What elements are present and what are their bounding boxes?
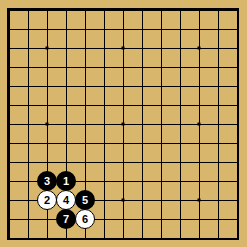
board-cell (123, 10, 142, 29)
board-cell (199, 86, 218, 105)
board-cell (199, 29, 218, 48)
board-cell (161, 143, 180, 162)
board-cell (85, 29, 104, 48)
move-number-label: 2 (44, 195, 50, 206)
board-cell (199, 48, 218, 67)
board-cell (85, 10, 104, 29)
board-cell (161, 200, 180, 219)
stone-white: 6 (75, 209, 95, 229)
board-cell (161, 86, 180, 105)
go-diagram: 1234567 (0, 0, 247, 247)
board-cell (161, 48, 180, 67)
board-cell (9, 67, 28, 86)
star-point (198, 123, 201, 126)
board-cell (9, 124, 28, 143)
stone-white: 4 (56, 190, 76, 210)
move-number-label: 6 (82, 214, 88, 225)
star-point (122, 47, 125, 50)
stone-black: 1 (56, 171, 76, 191)
board-cell (218, 29, 237, 48)
board-cell (123, 181, 142, 200)
board-cell (142, 200, 161, 219)
board-cell (180, 200, 199, 219)
board-cell (66, 10, 85, 29)
move-number-label: 5 (82, 195, 88, 206)
board-cell (104, 10, 123, 29)
stone-black: 5 (75, 190, 95, 210)
board-cell (199, 143, 218, 162)
board-cell (9, 143, 28, 162)
board-cell (9, 181, 28, 200)
board-cell (104, 181, 123, 200)
board-cell (104, 200, 123, 219)
star-point (46, 123, 49, 126)
board-cell (123, 200, 142, 219)
board-cell (47, 143, 66, 162)
board-cell (66, 29, 85, 48)
star-point (122, 123, 125, 126)
board-cell (85, 105, 104, 124)
board-cell (161, 181, 180, 200)
board-cell (104, 86, 123, 105)
board-cell (199, 67, 218, 86)
board-cell (142, 181, 161, 200)
board-cell (9, 105, 28, 124)
board-cell (180, 143, 199, 162)
go-board: 1234567 (7, 8, 239, 240)
star-point (46, 47, 49, 50)
board-cell (85, 124, 104, 143)
board-cell (142, 162, 161, 181)
board-cell (142, 10, 161, 29)
board-cell (9, 29, 28, 48)
move-number-label: 4 (63, 195, 69, 206)
board-cell (161, 162, 180, 181)
board-cell (142, 67, 161, 86)
board-cell (218, 124, 237, 143)
star-point (122, 199, 125, 202)
board-cell (9, 200, 28, 219)
board-cell (161, 105, 180, 124)
board-cell (218, 219, 237, 238)
board-cell (123, 48, 142, 67)
board-cell (47, 29, 66, 48)
board-cell (28, 67, 47, 86)
move-number-label: 1 (63, 176, 69, 187)
board-cell (142, 48, 161, 67)
board-cell (104, 105, 123, 124)
board-cell (142, 105, 161, 124)
board-cell (66, 86, 85, 105)
board-cell (47, 105, 66, 124)
board-cell (28, 86, 47, 105)
board-cell (180, 10, 199, 29)
board-cell (104, 48, 123, 67)
board-cell (199, 219, 218, 238)
board-cell (180, 219, 199, 238)
board-cell (85, 67, 104, 86)
board-grid: 1234567 (9, 10, 237, 238)
board-cell (9, 10, 28, 29)
board-cell (47, 67, 66, 86)
star-point (198, 47, 201, 50)
board-cell (47, 86, 66, 105)
board-cell (123, 162, 142, 181)
stone-black: 3 (37, 171, 57, 191)
stone-white: 2 (37, 190, 57, 210)
board-cell (199, 105, 218, 124)
board-cell (142, 143, 161, 162)
board-cell (85, 162, 104, 181)
board-cell (66, 143, 85, 162)
board-cell (123, 86, 142, 105)
board-cell (104, 219, 123, 238)
board-cell (142, 219, 161, 238)
board-cell (47, 124, 66, 143)
board-cell (180, 48, 199, 67)
board-cell (123, 29, 142, 48)
board-cell (218, 200, 237, 219)
board-cell (123, 105, 142, 124)
board-cell (85, 86, 104, 105)
board-cell (161, 29, 180, 48)
board-cell (66, 105, 85, 124)
board-cell (199, 200, 218, 219)
board-cell (199, 162, 218, 181)
board-cell (180, 29, 199, 48)
board-cell (28, 143, 47, 162)
board-cell (9, 48, 28, 67)
board-cell (218, 86, 237, 105)
board-cell (104, 29, 123, 48)
board-cell (123, 143, 142, 162)
board-cell (104, 162, 123, 181)
board-cell (218, 10, 237, 29)
board-cell (28, 105, 47, 124)
board-cell (123, 124, 142, 143)
board-cell (218, 143, 237, 162)
board-cell (218, 67, 237, 86)
board-cell (28, 48, 47, 67)
board-cell (218, 162, 237, 181)
stone-black: 7 (56, 209, 76, 229)
board-cell (180, 124, 199, 143)
board-cell (180, 162, 199, 181)
board-cell (180, 181, 199, 200)
board-cell (218, 48, 237, 67)
board-cell (9, 219, 28, 238)
board-cell (218, 181, 237, 200)
board-cell (85, 48, 104, 67)
board-cell (85, 143, 104, 162)
board-cell (161, 67, 180, 86)
move-number-label: 7 (63, 214, 69, 225)
board-cell (9, 86, 28, 105)
move-number-label: 3 (44, 176, 50, 187)
board-cell (180, 67, 199, 86)
board-cell (104, 67, 123, 86)
board-cell (161, 219, 180, 238)
board-cell (123, 219, 142, 238)
board-cell (47, 10, 66, 29)
board-cell (104, 143, 123, 162)
board-cell (28, 124, 47, 143)
board-cell (47, 48, 66, 67)
board-cell (218, 105, 237, 124)
star-point (198, 199, 201, 202)
board-cell (199, 10, 218, 29)
board-cell (28, 10, 47, 29)
board-cell (142, 86, 161, 105)
board-cell (161, 10, 180, 29)
board-cell (142, 29, 161, 48)
board-cell (28, 29, 47, 48)
board-cell (66, 48, 85, 67)
board-cell (66, 124, 85, 143)
board-cell (199, 181, 218, 200)
board-cell (161, 124, 180, 143)
board-cell (9, 162, 28, 181)
board-cell (142, 124, 161, 143)
board-cell (28, 219, 47, 238)
board-cell (180, 86, 199, 105)
board-cell (104, 124, 123, 143)
board-cell (66, 67, 85, 86)
board-cell (123, 67, 142, 86)
board-cell (199, 124, 218, 143)
board-cell (180, 105, 199, 124)
